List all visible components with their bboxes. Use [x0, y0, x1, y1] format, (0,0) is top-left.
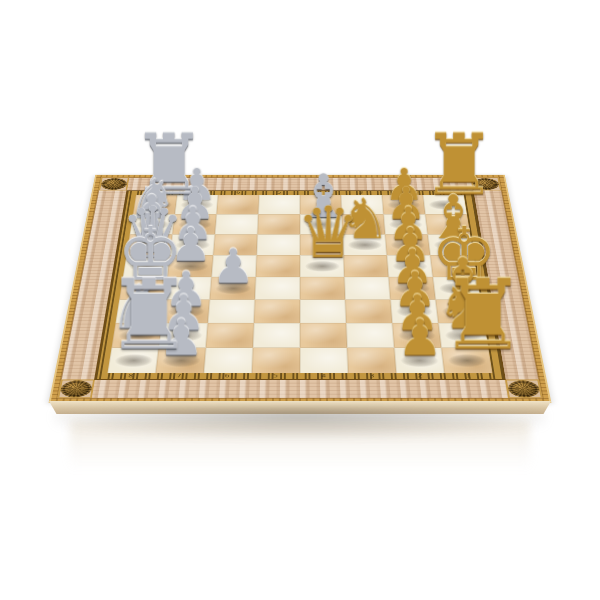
square-d5[interactable]	[300, 255, 344, 277]
square-b7[interactable]	[384, 214, 428, 234]
border-coordinate-near-3: 3	[348, 373, 397, 379]
border-coordinate-near-2: 2	[396, 373, 445, 379]
piece-black-pawn-h7[interactable]: ♟	[391, 312, 447, 363]
piece-white-pawn-e3[interactable]: ♟	[206, 243, 259, 290]
square-a4[interactable]	[258, 195, 300, 214]
border-coordinate-near-1: 1	[444, 373, 493, 379]
border-coordinate-near-7: 7	[155, 373, 204, 379]
square-d6[interactable]	[343, 255, 388, 277]
square-a5[interactable]	[300, 195, 342, 214]
piece-white-rook-h1[interactable]: ♜	[105, 266, 161, 363]
square-d4[interactable]	[256, 255, 300, 277]
square-c4[interactable]	[257, 234, 300, 255]
square-a3[interactable]	[216, 195, 259, 214]
square-b3[interactable]	[215, 214, 258, 234]
border-coordinate-near-6: 6	[203, 373, 252, 379]
product-photo-scene: ♜♟♟♜♟♝♟♞♝♟♞♟♝♟♛♟♛♚♟♟♚♝♟♟♞♟♟♞♜♟♟♜ 8765432…	[0, 0, 600, 600]
square-b4[interactable]	[257, 214, 300, 234]
board-reflection	[70, 421, 530, 483]
square-a6[interactable]	[341, 195, 384, 214]
square-a7[interactable]	[382, 195, 425, 214]
border-coordinate-near-4: 4	[300, 373, 348, 379]
chess-board: ♜♟♟♜♟♝♟♞♝♟♞♟♝♟♛♟♛♚♟♟♚♝♟♟♞♟♟♞♜♟♟♜ 8765432…	[49, 175, 552, 403]
corner-medallion-icon	[102, 179, 126, 189]
border-coordinate-near-8: 8	[106, 373, 155, 379]
border-coordinate-near-5: 5	[252, 373, 300, 379]
square-b5[interactable]	[300, 214, 343, 234]
corner-medallion-icon	[474, 179, 498, 189]
square-b6[interactable]	[342, 214, 385, 234]
square-c6[interactable]	[343, 234, 387, 255]
square-c5[interactable]	[300, 234, 343, 255]
